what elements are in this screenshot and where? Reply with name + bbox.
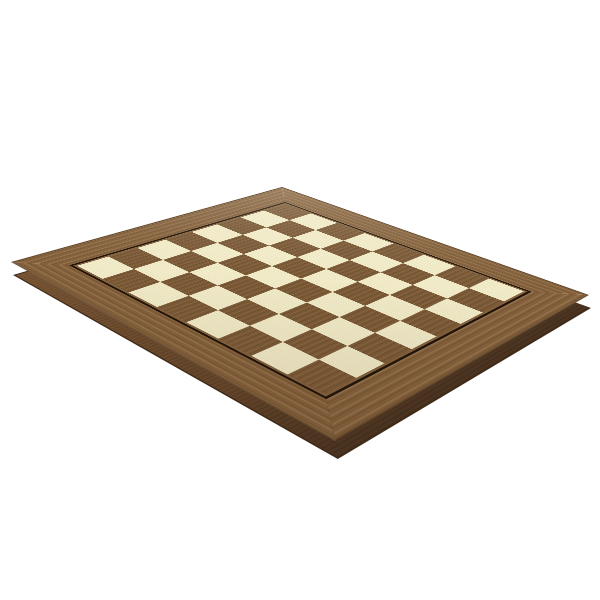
- chessboard-product-photo: [0, 0, 600, 600]
